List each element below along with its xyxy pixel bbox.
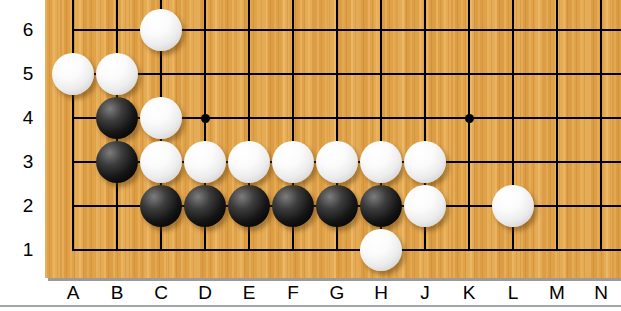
black-stone-H2: [360, 185, 402, 227]
grid-vline-K: [468, 0, 470, 251]
board-drop-shadow: [48, 278, 621, 281]
white-stone-D3: [184, 141, 226, 183]
black-stone-B3: [96, 141, 138, 183]
white-stone-H3: [360, 141, 402, 183]
white-stone-H1: [360, 229, 402, 271]
col-label-B: B: [111, 283, 124, 303]
grid-hline-5: [72, 73, 621, 75]
col-label-F: F: [287, 283, 299, 303]
white-stone-B5: [96, 53, 138, 95]
grid-vline-M: [556, 0, 558, 251]
black-stone-D2: [184, 185, 226, 227]
col-label-N: N: [594, 283, 608, 303]
col-label-K: K: [463, 283, 476, 303]
white-stone-J2: [404, 185, 446, 227]
col-label-C: C: [154, 283, 168, 303]
col-label-A: A: [67, 283, 80, 303]
row-label-5: 5: [12, 64, 44, 84]
white-stone-E3: [228, 141, 270, 183]
col-label-H: H: [374, 283, 388, 303]
col-label-J: J: [420, 283, 430, 303]
white-stone-G3: [316, 141, 358, 183]
col-label-G: G: [330, 283, 345, 303]
go-board-grid[interactable]: [45, 0, 621, 278]
black-stone-B4: [96, 97, 138, 139]
row-label-6: 6: [12, 20, 44, 40]
black-stone-C2: [140, 185, 182, 227]
col-label-L: L: [508, 283, 519, 303]
col-label-D: D: [198, 283, 212, 303]
white-stone-C3: [140, 141, 182, 183]
white-stone-A5: [52, 53, 94, 95]
black-stone-G2: [316, 185, 358, 227]
star-point-K4: [465, 114, 474, 123]
row-label-1: 1: [12, 240, 44, 260]
col-label-E: E: [243, 283, 256, 303]
white-stone-C6: [140, 9, 182, 51]
black-stone-E2: [228, 185, 270, 227]
row-label-4: 4: [12, 108, 44, 128]
white-stone-C4: [140, 97, 182, 139]
go-board-screen: 654321 ABCDEFGHJKLMN: [0, 0, 621, 311]
grid-vline-N: [600, 0, 602, 251]
black-stone-F2: [272, 185, 314, 227]
white-stone-L2: [492, 185, 534, 227]
white-stone-F3: [272, 141, 314, 183]
row-label-2: 2: [12, 196, 44, 216]
white-stone-J3: [404, 141, 446, 183]
row-label-3: 3: [12, 152, 44, 172]
star-point-D4: [201, 114, 210, 123]
col-label-M: M: [549, 283, 565, 303]
bottom-divider: [0, 305, 621, 307]
grid-hline-1: [72, 249, 621, 251]
grid-vline-A: [72, 0, 74, 251]
